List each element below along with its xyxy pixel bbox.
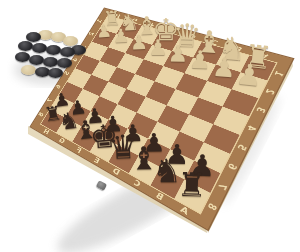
rank-label-right-7: 7	[216, 181, 229, 191]
rank-label-right-1: 1	[272, 70, 285, 78]
file-label-far-h: H	[114, 12, 122, 18]
file-label-near-g: G	[58, 137, 66, 145]
rank-label-right-6: 6	[226, 162, 239, 172]
rank-label-right-2: 2	[263, 88, 276, 96]
file-label-near-e: E	[93, 156, 101, 165]
file-label-near-f: F	[75, 146, 83, 154]
file-label-near-d: D	[111, 167, 121, 177]
file-label-near-a: A	[179, 205, 190, 216]
file-label-near-b: B	[155, 191, 165, 202]
file-label-far-g: G	[131, 17, 139, 23]
file-label-far-f: F	[149, 21, 157, 27]
rank-label-right-3: 3	[254, 106, 267, 114]
file-label-far-d: D	[188, 32, 197, 39]
file-label-far-c: C	[210, 38, 219, 45]
file-label-far-a: A	[259, 51, 270, 59]
rank-label-right-5: 5	[235, 143, 248, 152]
rank-label-right-4: 4	[245, 124, 258, 133]
file-label-near-h: H	[42, 128, 50, 136]
rank-label-right-8: 8	[206, 201, 219, 212]
file-label-far-e: E	[168, 27, 176, 34]
file-label-far-b: B	[234, 44, 244, 52]
file-label-near-c: C	[132, 179, 141, 189]
photo-scene: AABBCCDDEEFFGGHH1122334455667788 ♜♞♝♛♚♝♞…	[0, 0, 300, 252]
